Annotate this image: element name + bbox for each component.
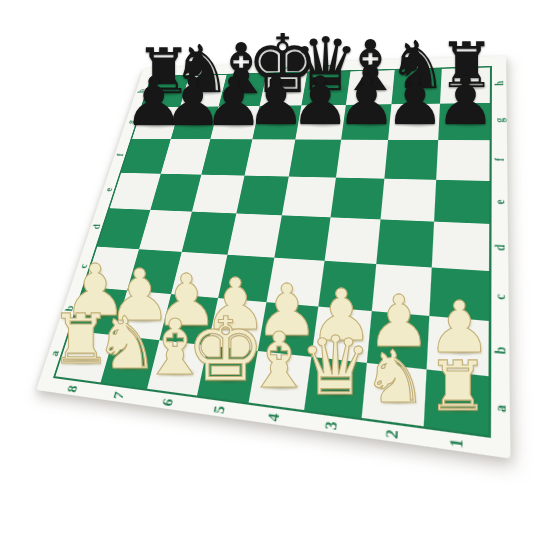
coordinate-top-2: 2 <box>415 61 425 65</box>
square-e4 <box>282 176 336 217</box>
square-b3 <box>311 307 372 363</box>
square-c3 <box>318 260 377 311</box>
square-f5 <box>244 139 295 176</box>
coordinate-top-4: 4 <box>325 64 334 67</box>
coordinate-left-c: c <box>78 264 89 269</box>
square-h5 <box>259 73 307 106</box>
square-a3 <box>304 356 367 418</box>
square-b5 <box>207 298 266 350</box>
coordinate-bottom-7: 7 <box>112 391 127 400</box>
square-b1 <box>426 316 489 376</box>
coordinate-bottom-6: 6 <box>160 397 176 406</box>
coordinate-bottom-2: 2 <box>384 428 402 439</box>
square-g1 <box>438 103 490 141</box>
chessboard-grid <box>53 66 492 438</box>
square-h2 <box>391 69 441 104</box>
square-f2 <box>384 140 437 180</box>
coordinate-right-c: c <box>493 294 508 301</box>
square-f4 <box>289 139 341 177</box>
square-g5 <box>252 105 302 139</box>
square-h1 <box>440 67 490 103</box>
coordinate-right-g: g <box>493 118 506 123</box>
square-f3 <box>336 140 389 179</box>
coordinate-bottom-5: 5 <box>212 404 228 414</box>
coordinate-right-a: a <box>492 404 508 413</box>
square-g4 <box>295 104 345 139</box>
square-a5 <box>197 345 258 403</box>
coordinate-right-f: f <box>493 158 506 161</box>
square-g3 <box>341 104 392 140</box>
square-d3 <box>324 217 380 263</box>
square-c2 <box>372 264 431 316</box>
square-a1 <box>423 369 488 435</box>
square-d1 <box>431 222 489 271</box>
square-b2 <box>367 311 429 369</box>
coordinate-bottom-1: 1 <box>448 437 467 448</box>
coordinate-bottom-8: 8 <box>66 384 81 393</box>
square-g2 <box>388 103 439 140</box>
coordinate-top-6: 6 <box>243 67 252 70</box>
square-a4 <box>249 350 311 410</box>
coordinate-top-1: 1 <box>462 60 472 64</box>
chess-set-photo: 8877665544332211hhggffeeddccbbaa ♜♞♝♚♛♝♞… <box>0 0 533 533</box>
square-e3 <box>330 177 384 219</box>
coordinate-left-h: h <box>136 89 146 93</box>
square-h4 <box>301 71 350 105</box>
coordinate-left-g: g <box>126 120 136 124</box>
coordinate-top-8: 8 <box>166 69 174 72</box>
square-d2 <box>376 219 433 267</box>
coordinate-left-d: d <box>91 224 102 230</box>
coordinate-top-3: 3 <box>369 63 378 67</box>
coordinate-left-a: a <box>49 350 61 357</box>
square-c4 <box>266 257 324 306</box>
coordinate-left-e: e <box>103 188 114 192</box>
coordinate-right-d: d <box>493 244 507 251</box>
square-e2 <box>381 178 436 221</box>
square-d4 <box>274 215 330 260</box>
coordinate-bottom-3: 3 <box>323 420 341 431</box>
square-c1 <box>429 267 489 321</box>
square-a2 <box>362 362 426 426</box>
square-e1 <box>434 179 490 224</box>
coordinate-right-h: h <box>493 81 505 86</box>
coordinate-left-b: b <box>64 305 76 312</box>
square-e5 <box>236 175 289 215</box>
coordinate-right-e: e <box>493 199 507 204</box>
coordinate-bottom-4: 4 <box>266 412 283 422</box>
coordinate-top-5: 5 <box>283 66 292 69</box>
square-h3 <box>346 70 395 104</box>
coordinate-top-7: 7 <box>204 68 212 71</box>
chessboard-mat: 8877665544332211hhggffeeddccbbaa <box>36 56 510 459</box>
square-c5 <box>218 254 275 302</box>
square-f1 <box>436 140 490 181</box>
square-d5 <box>227 213 282 257</box>
square-b4 <box>258 302 318 356</box>
coordinate-right-b: b <box>492 346 507 355</box>
coordinate-left-f: f <box>115 153 125 156</box>
